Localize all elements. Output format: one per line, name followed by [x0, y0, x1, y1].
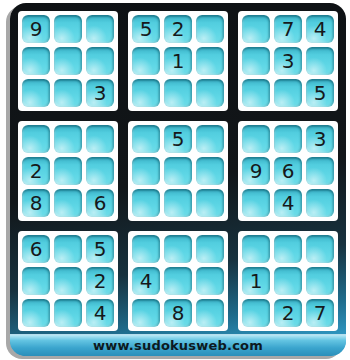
- cell-r9c3[interactable]: 4: [86, 299, 114, 327]
- sudoku-board: 93521743528653964652448127: [18, 11, 338, 331]
- cell-r1c2[interactable]: [54, 15, 82, 43]
- cell-r2c7[interactable]: [242, 47, 270, 75]
- cell-r6c4[interactable]: [132, 189, 160, 217]
- cell-r1c1[interactable]: 9: [22, 15, 50, 43]
- cell-r5c4[interactable]: [132, 157, 160, 185]
- cell-r2c9[interactable]: [306, 47, 334, 75]
- cell-r5c7[interactable]: 9: [242, 157, 270, 185]
- cell-r4c1[interactable]: [22, 125, 50, 153]
- cell-r7c1[interactable]: 6: [22, 235, 50, 263]
- cell-r4c4[interactable]: [132, 125, 160, 153]
- cell-r6c3[interactable]: 6: [86, 189, 114, 217]
- box-3-1: 6524: [18, 231, 118, 331]
- cell-r3c4[interactable]: [132, 79, 160, 107]
- cell-r8c1[interactable]: [22, 267, 50, 295]
- cell-r9c4[interactable]: [132, 299, 160, 327]
- cell-r7c4[interactable]: [132, 235, 160, 263]
- cell-r5c1[interactable]: 2: [22, 157, 50, 185]
- cell-r9c8[interactable]: 2: [274, 299, 302, 327]
- box-2-3: 3964: [238, 121, 338, 221]
- cell-r9c9[interactable]: 7: [306, 299, 334, 327]
- cell-r4c2[interactable]: [54, 125, 82, 153]
- cell-r4c3[interactable]: [86, 125, 114, 153]
- cell-r3c3[interactable]: 3: [86, 79, 114, 107]
- cell-r3c5[interactable]: [164, 79, 192, 107]
- cell-r5c3[interactable]: [86, 157, 114, 185]
- cell-r1c4[interactable]: 5: [132, 15, 160, 43]
- cell-r9c6[interactable]: [196, 299, 224, 327]
- cell-r7c8[interactable]: [274, 235, 302, 263]
- cell-r4c6[interactable]: [196, 125, 224, 153]
- footer-bar: www.sudokusweb.com: [10, 334, 346, 356]
- cell-r1c8[interactable]: 7: [274, 15, 302, 43]
- box-3-2: 48: [128, 231, 228, 331]
- cell-r9c5[interactable]: 8: [164, 299, 192, 327]
- cell-r8c2[interactable]: [54, 267, 82, 295]
- cell-r7c6[interactable]: [196, 235, 224, 263]
- cell-r4c5[interactable]: 5: [164, 125, 192, 153]
- cell-r7c5[interactable]: [164, 235, 192, 263]
- box-2-2: 5: [128, 121, 228, 221]
- cell-r2c3[interactable]: [86, 47, 114, 75]
- box-3-3: 127: [238, 231, 338, 331]
- cell-r6c6[interactable]: [196, 189, 224, 217]
- cell-r3c2[interactable]: [54, 79, 82, 107]
- cell-r7c7[interactable]: [242, 235, 270, 263]
- box-1-3: 7435: [238, 11, 338, 111]
- cell-r2c5[interactable]: 1: [164, 47, 192, 75]
- cell-r1c5[interactable]: 2: [164, 15, 192, 43]
- board-frame: 93521743528653964652448127 www.sudokuswe…: [10, 3, 346, 356]
- cell-r5c9[interactable]: [306, 157, 334, 185]
- cell-r4c9[interactable]: 3: [306, 125, 334, 153]
- cell-r5c2[interactable]: [54, 157, 82, 185]
- cell-r6c2[interactable]: [54, 189, 82, 217]
- cell-r7c2[interactable]: [54, 235, 82, 263]
- cell-r6c1[interactable]: 8: [22, 189, 50, 217]
- cell-r2c1[interactable]: [22, 47, 50, 75]
- cell-r9c1[interactable]: [22, 299, 50, 327]
- cell-r8c4[interactable]: 4: [132, 267, 160, 295]
- cell-r2c6[interactable]: [196, 47, 224, 75]
- cell-r6c5[interactable]: [164, 189, 192, 217]
- cell-r1c7[interactable]: [242, 15, 270, 43]
- cell-r7c3[interactable]: 5: [86, 235, 114, 263]
- cell-r6c8[interactable]: 4: [274, 189, 302, 217]
- cell-r5c8[interactable]: 6: [274, 157, 302, 185]
- cell-r2c4[interactable]: [132, 47, 160, 75]
- cell-r3c9[interactable]: 5: [306, 79, 334, 107]
- cell-r4c7[interactable]: [242, 125, 270, 153]
- cell-r8c7[interactable]: 1: [242, 267, 270, 295]
- box-1-1: 93: [18, 11, 118, 111]
- cell-r8c9[interactable]: [306, 267, 334, 295]
- cell-r4c8[interactable]: [274, 125, 302, 153]
- cell-r2c8[interactable]: 3: [274, 47, 302, 75]
- cell-r5c6[interactable]: [196, 157, 224, 185]
- cell-r1c9[interactable]: 4: [306, 15, 334, 43]
- cell-r8c5[interactable]: [164, 267, 192, 295]
- cell-r8c3[interactable]: 2: [86, 267, 114, 295]
- cell-r8c6[interactable]: [196, 267, 224, 295]
- cell-r1c3[interactable]: [86, 15, 114, 43]
- cell-r9c7[interactable]: [242, 299, 270, 327]
- cell-r8c8[interactable]: [274, 267, 302, 295]
- cell-r3c7[interactable]: [242, 79, 270, 107]
- cell-r7c9[interactable]: [306, 235, 334, 263]
- box-1-2: 521: [128, 11, 228, 111]
- cell-r3c1[interactable]: [22, 79, 50, 107]
- cell-r2c2[interactable]: [54, 47, 82, 75]
- cell-r1c6[interactable]: [196, 15, 224, 43]
- cell-r9c2[interactable]: [54, 299, 82, 327]
- cell-r5c5[interactable]: [164, 157, 192, 185]
- box-2-1: 286: [18, 121, 118, 221]
- cell-r3c8[interactable]: [274, 79, 302, 107]
- cell-r6c9[interactable]: [306, 189, 334, 217]
- cell-r6c7[interactable]: [242, 189, 270, 217]
- cell-r3c6[interactable]: [196, 79, 224, 107]
- site-link[interactable]: www.sudokusweb.com: [93, 338, 263, 353]
